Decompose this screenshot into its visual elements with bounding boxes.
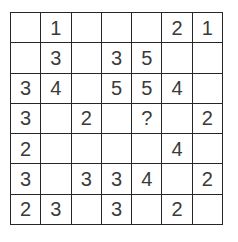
cell-r6c0[interactable]: 2 — [11, 195, 40, 224]
cell-r6c3[interactable]: 3 — [102, 195, 131, 224]
cell-r3c0[interactable]: 3 — [11, 104, 40, 133]
cell-r1c5[interactable] — [162, 43, 191, 72]
cell-r0c5[interactable]: 2 — [162, 13, 191, 42]
cell-r1c2[interactable] — [72, 43, 101, 72]
cell-r3c5[interactable] — [162, 104, 191, 133]
cell-r5c5[interactable] — [162, 164, 191, 193]
cell-r4c0[interactable]: 2 — [11, 134, 40, 163]
cell-r0c6[interactable]: 1 — [193, 13, 222, 42]
cell-r2c5[interactable]: 4 — [162, 74, 191, 103]
cell-r6c4[interactable] — [132, 195, 161, 224]
cell-r2c1[interactable]: 4 — [41, 74, 70, 103]
cell-r5c3[interactable]: 3 — [102, 164, 131, 193]
cell-r4c1[interactable] — [41, 134, 70, 163]
cell-r1c6[interactable] — [193, 43, 222, 72]
cell-r1c1[interactable]: 3 — [41, 43, 70, 72]
cell-r6c1[interactable]: 3 — [41, 195, 70, 224]
cell-r3c1[interactable] — [41, 104, 70, 133]
cell-r0c2[interactable] — [72, 13, 101, 42]
cell-r5c0[interactable]: 3 — [11, 164, 40, 193]
cell-r6c5[interactable]: 2 — [162, 195, 191, 224]
cell-r4c2[interactable] — [72, 134, 101, 163]
cell-r2c4[interactable]: 5 — [132, 74, 161, 103]
cell-r4c6[interactable] — [193, 134, 222, 163]
cell-r1c3[interactable]: 3 — [102, 43, 131, 72]
cell-r0c3[interactable] — [102, 13, 131, 42]
cell-r1c4[interactable]: 5 — [132, 43, 161, 72]
cell-r3c3[interactable] — [102, 104, 131, 133]
cell-r0c0[interactable] — [11, 13, 40, 42]
cell-r3c2[interactable]: 2 — [72, 104, 101, 133]
puzzle-grid: 1213353455432?224333422332 — [10, 12, 223, 225]
cell-r3c6[interactable]: 2 — [193, 104, 222, 133]
cell-r2c0[interactable]: 3 — [11, 74, 40, 103]
cell-r4c3[interactable] — [102, 134, 131, 163]
cell-r5c2[interactable]: 3 — [72, 164, 101, 193]
cell-r0c4[interactable] — [132, 13, 161, 42]
cell-r2c6[interactable] — [193, 74, 222, 103]
cell-r5c4[interactable]: 4 — [132, 164, 161, 193]
cell-r2c3[interactable]: 5 — [102, 74, 131, 103]
cell-r2c2[interactable] — [72, 74, 101, 103]
cell-r6c2[interactable] — [72, 195, 101, 224]
cell-r1c0[interactable] — [11, 43, 40, 72]
cell-r5c1[interactable] — [41, 164, 70, 193]
cell-r0c1[interactable]: 1 — [41, 13, 70, 42]
question-cell-r3c4[interactable]: ? — [132, 104, 161, 133]
cell-r4c4[interactable] — [132, 134, 161, 163]
cell-r4c5[interactable]: 4 — [162, 134, 191, 163]
cell-r6c6[interactable] — [193, 195, 222, 224]
cell-r5c6[interactable]: 2 — [193, 164, 222, 193]
